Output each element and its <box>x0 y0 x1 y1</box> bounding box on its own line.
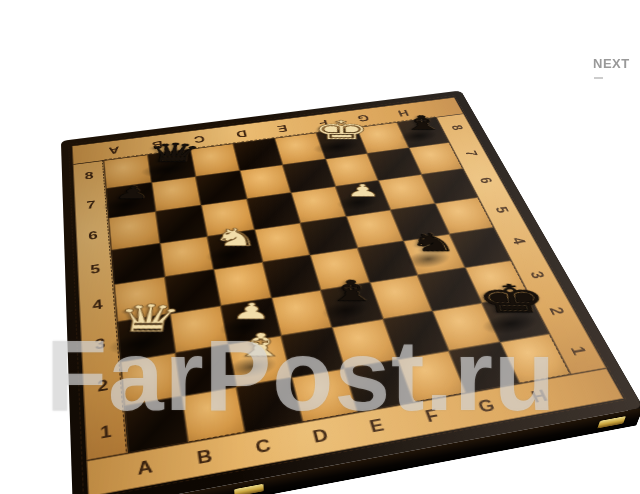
rank-label-left-1: 1 <box>84 406 128 461</box>
rank-label-right-7: 7 <box>445 141 496 165</box>
rank-label-left-6: 6 <box>75 218 111 255</box>
rank-label-left-4: 4 <box>79 284 118 327</box>
rank-label-right-6: 6 <box>459 168 512 194</box>
rank-label-right-4: 4 <box>490 226 547 256</box>
rank-label-left-2: 2 <box>82 362 124 413</box>
next-underline <box>594 77 603 79</box>
brass-clasp <box>597 416 626 428</box>
chess-board: ABCDEFGH ABCDEFGH 87654321 87654321 ♛♚♝♟… <box>61 91 640 494</box>
photo-canvas: ABCDEFGH ABCDEFGH 87654321 87654321 ♛♚♝♟… <box>0 0 640 494</box>
rank-label-left-8: 8 <box>73 161 106 193</box>
rank-label-left-3: 3 <box>80 322 120 369</box>
rank-label-right-5: 5 <box>474 196 529 224</box>
next-link[interactable]: NEXT <box>593 56 630 71</box>
board-scene: ABCDEFGH ABCDEFGH 87654321 87654321 ♛♚♝♟… <box>0 0 640 494</box>
brass-hinge <box>234 484 264 494</box>
rank-label-left-5: 5 <box>77 250 114 290</box>
rank-label-right-8: 8 <box>432 117 481 140</box>
